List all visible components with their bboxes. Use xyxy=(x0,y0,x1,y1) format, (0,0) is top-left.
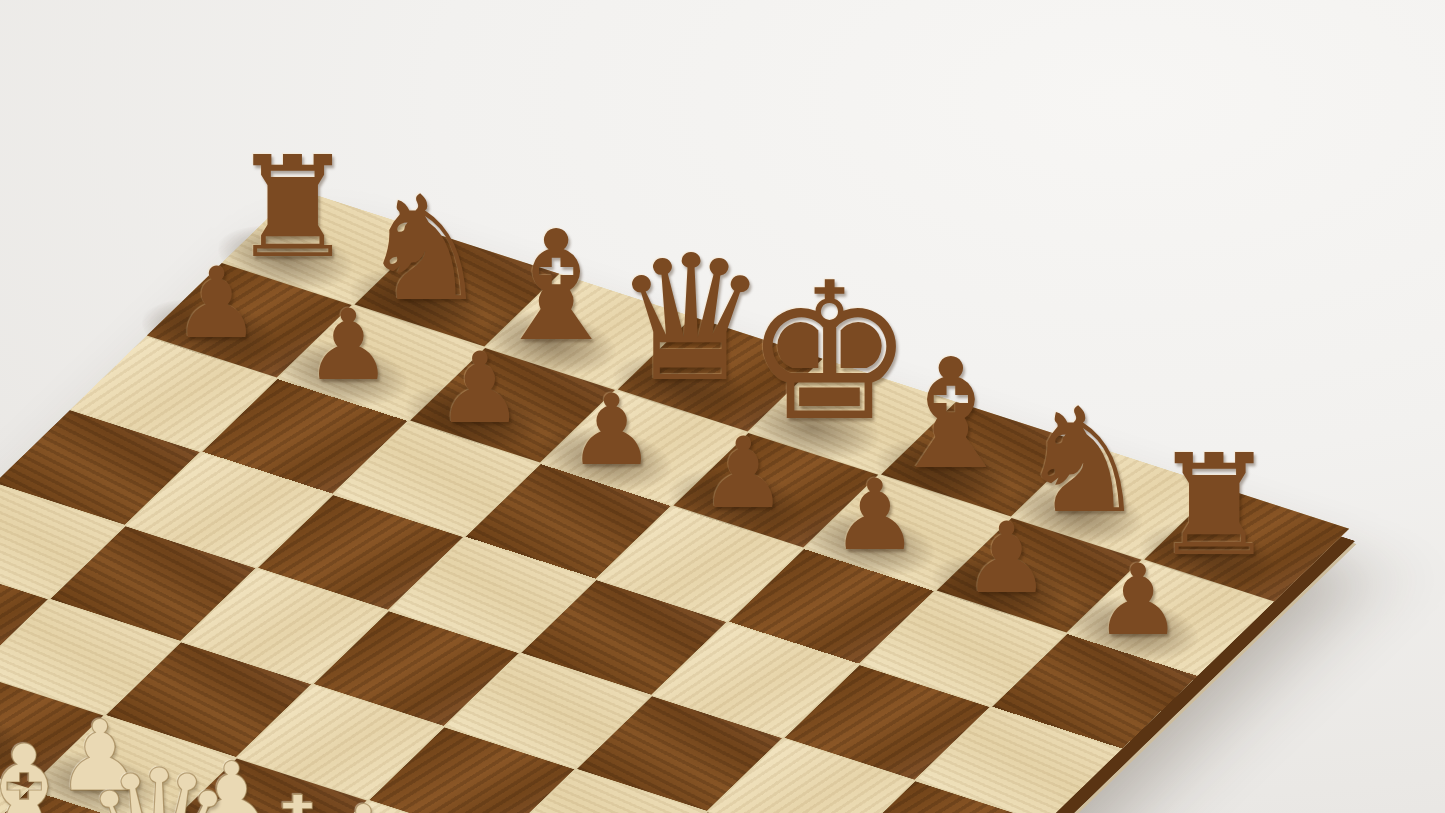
white-king[interactable]: ♚ xyxy=(212,773,362,813)
white-queen[interactable]: ♛ xyxy=(81,747,231,813)
photo-scene: ♜♞♝♛♚♝♞♜♟♟♟♟♟♟♟♟♟♟♟♟♟♟♟♟♜♞♝♛♚♝♞♜ xyxy=(0,0,1445,813)
black-pawn[interactable]: ♟ xyxy=(537,381,687,479)
black-pawn[interactable]: ♟ xyxy=(142,254,292,352)
black-pawn[interactable]: ♟ xyxy=(405,339,555,437)
black-pawn[interactable]: ♟ xyxy=(668,424,818,522)
black-pawn[interactable]: ♟ xyxy=(932,509,1082,607)
black-pawn[interactable]: ♟ xyxy=(273,296,423,394)
black-pawn[interactable]: ♟ xyxy=(800,466,950,564)
black-pawn[interactable]: ♟ xyxy=(1063,551,1213,649)
